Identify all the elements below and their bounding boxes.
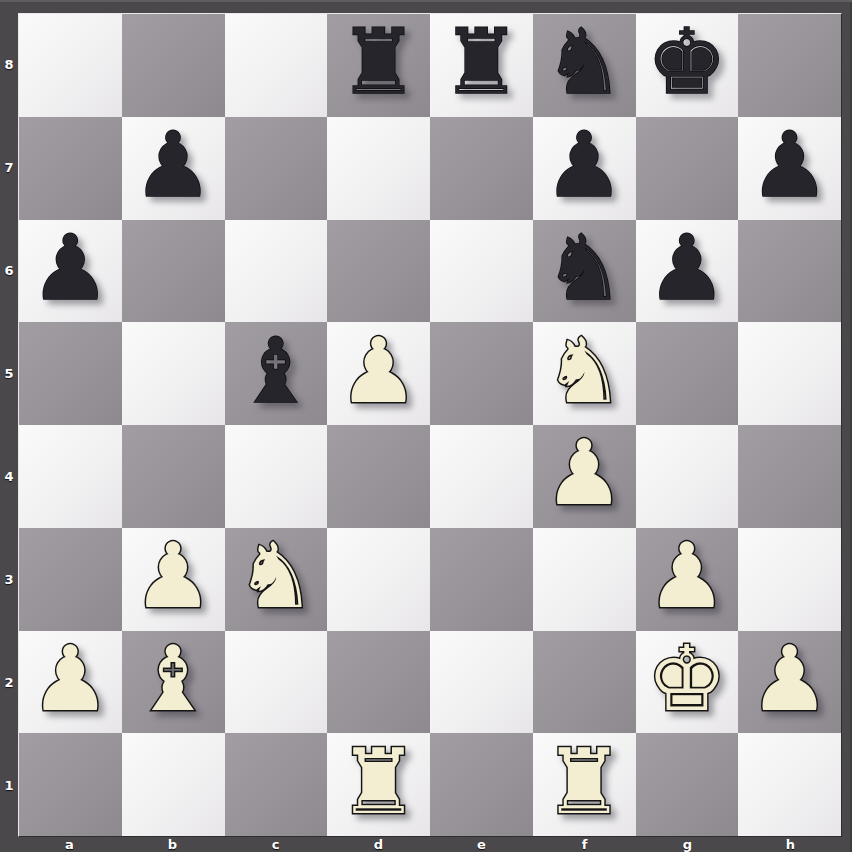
square-d4[interactable] — [327, 425, 430, 528]
square-c1[interactable] — [225, 733, 328, 836]
white-pawn[interactable]: ♟ — [338, 326, 419, 416]
rank-label-4: 4 — [0, 425, 18, 528]
white-pawn[interactable]: ♟ — [749, 634, 830, 724]
square-h1[interactable] — [738, 733, 841, 836]
square-d8[interactable]: ♜ — [327, 14, 430, 117]
file-label-b: b — [121, 837, 224, 852]
square-b7[interactable]: ♟ — [122, 117, 225, 220]
square-c5[interactable]: ♝ — [225, 322, 328, 425]
black-king[interactable]: ♚ — [647, 17, 728, 107]
file-label-g: g — [636, 837, 739, 852]
square-e6[interactable] — [430, 220, 533, 323]
file-label-e: e — [430, 837, 533, 852]
square-c4[interactable] — [225, 425, 328, 528]
square-e5[interactable] — [430, 322, 533, 425]
square-e1[interactable] — [430, 733, 533, 836]
white-rook[interactable]: ♜ — [544, 737, 625, 827]
white-rook[interactable]: ♜ — [338, 737, 419, 827]
square-f4[interactable]: ♟ — [533, 425, 636, 528]
square-c6[interactable] — [225, 220, 328, 323]
black-pawn[interactable]: ♟ — [647, 223, 728, 313]
square-c3[interactable]: ♞ — [225, 528, 328, 631]
square-g6[interactable]: ♟ — [636, 220, 739, 323]
square-g4[interactable] — [636, 425, 739, 528]
square-b3[interactable]: ♟ — [122, 528, 225, 631]
rank-label-8: 8 — [0, 13, 18, 116]
file-label-f: f — [533, 837, 636, 852]
square-a8[interactable] — [19, 14, 122, 117]
black-pawn[interactable]: ♟ — [133, 120, 214, 210]
black-knight[interactable]: ♞ — [544, 17, 625, 107]
square-g2[interactable]: ♚ — [636, 631, 739, 734]
square-d7[interactable] — [327, 117, 430, 220]
square-d5[interactable]: ♟ — [327, 322, 430, 425]
square-a7[interactable] — [19, 117, 122, 220]
black-bishop[interactable]: ♝ — [236, 326, 317, 416]
square-e3[interactable] — [430, 528, 533, 631]
white-knight[interactable]: ♞ — [544, 326, 625, 416]
square-f1[interactable]: ♜ — [533, 733, 636, 836]
file-labels: abcdefgh — [18, 837, 842, 852]
square-f6[interactable]: ♞ — [533, 220, 636, 323]
black-rook[interactable]: ♜ — [338, 17, 419, 107]
black-knight[interactable]: ♞ — [544, 223, 625, 313]
file-label-a: a — [18, 837, 121, 852]
square-b6[interactable] — [122, 220, 225, 323]
square-c8[interactable] — [225, 14, 328, 117]
black-pawn[interactable]: ♟ — [749, 120, 830, 210]
square-d6[interactable] — [327, 220, 430, 323]
square-g5[interactable] — [636, 322, 739, 425]
square-a2[interactable]: ♟ — [19, 631, 122, 734]
square-h2[interactable]: ♟ — [738, 631, 841, 734]
square-f5[interactable]: ♞ — [533, 322, 636, 425]
rank-label-2: 2 — [0, 631, 18, 734]
square-h6[interactable] — [738, 220, 841, 323]
square-b4[interactable] — [122, 425, 225, 528]
chess-board: ♜♜♞♚♟♟♟♟♞♟♝♟♞♟♟♞♟♟♝♚♟♜♜ — [18, 13, 842, 837]
square-a1[interactable] — [19, 733, 122, 836]
square-b2[interactable]: ♝ — [122, 631, 225, 734]
black-pawn[interactable]: ♟ — [30, 223, 111, 313]
square-c2[interactable] — [225, 631, 328, 734]
square-d3[interactable] — [327, 528, 430, 631]
square-g7[interactable] — [636, 117, 739, 220]
square-e4[interactable] — [430, 425, 533, 528]
file-label-c: c — [224, 837, 327, 852]
rank-labels: 87654321 — [0, 13, 18, 837]
black-pawn[interactable]: ♟ — [544, 120, 625, 210]
white-pawn[interactable]: ♟ — [133, 531, 214, 621]
square-a4[interactable] — [19, 425, 122, 528]
square-b1[interactable] — [122, 733, 225, 836]
square-h7[interactable]: ♟ — [738, 117, 841, 220]
chess-board-frame: ♜♜♞♚♟♟♟♟♞♟♝♟♞♟♟♞♟♟♝♚♟♜♜ 87654321 abcdefg… — [0, 0, 852, 852]
rank-label-6: 6 — [0, 219, 18, 322]
file-label-d: d — [327, 837, 430, 852]
square-c7[interactable] — [225, 117, 328, 220]
square-f3[interactable] — [533, 528, 636, 631]
rank-label-7: 7 — [0, 116, 18, 219]
square-g8[interactable]: ♚ — [636, 14, 739, 117]
square-a3[interactable] — [19, 528, 122, 631]
square-h5[interactable] — [738, 322, 841, 425]
square-d2[interactable] — [327, 631, 430, 734]
square-a5[interactable] — [19, 322, 122, 425]
white-pawn[interactable]: ♟ — [544, 428, 625, 518]
square-e2[interactable] — [430, 631, 533, 734]
file-label-h: h — [739, 837, 842, 852]
rank-label-1: 1 — [0, 734, 18, 837]
black-rook[interactable]: ♜ — [441, 17, 522, 107]
white-pawn[interactable]: ♟ — [30, 634, 111, 724]
square-b5[interactable] — [122, 322, 225, 425]
square-d1[interactable]: ♜ — [327, 733, 430, 836]
square-h8[interactable] — [738, 14, 841, 117]
square-b8[interactable] — [122, 14, 225, 117]
square-h3[interactable] — [738, 528, 841, 631]
square-f8[interactable]: ♞ — [533, 14, 636, 117]
square-f2[interactable] — [533, 631, 636, 734]
square-g3[interactable]: ♟ — [636, 528, 739, 631]
rank-label-5: 5 — [0, 322, 18, 425]
white-knight[interactable]: ♞ — [236, 531, 317, 621]
square-e8[interactable]: ♜ — [430, 14, 533, 117]
square-f7[interactable]: ♟ — [533, 117, 636, 220]
square-g1[interactable] — [636, 733, 739, 836]
white-king[interactable]: ♚ — [647, 634, 728, 724]
square-e7[interactable] — [430, 117, 533, 220]
square-a6[interactable]: ♟ — [19, 220, 122, 323]
white-bishop[interactable]: ♝ — [133, 634, 214, 724]
rank-label-3: 3 — [0, 528, 18, 631]
white-pawn[interactable]: ♟ — [647, 531, 728, 621]
square-h4[interactable] — [738, 425, 841, 528]
